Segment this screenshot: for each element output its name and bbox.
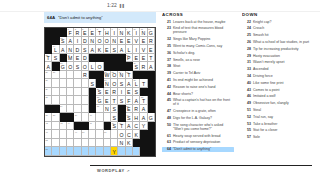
- grid-cell-r10c11: [118, 105, 125, 114]
- clue-text: Driving force: [253, 74, 313, 78]
- grid-cell-r11c5[interactable]: 39: [74, 113, 81, 122]
- grid-cell-r5c6[interactable]: O: [82, 62, 89, 71]
- across-clue-50[interactable]: 50The song character who's asked “Won't …: [162, 122, 234, 131]
- grid-cell-r14c2[interactable]: [52, 139, 59, 148]
- down-clue-29[interactable]: 29Hasty evacuation: [242, 53, 314, 58]
- grid-cell-r11c7[interactable]: 40: [89, 113, 96, 122]
- clue-text: Trial run, say: [253, 115, 313, 119]
- grid-cell-r7c3[interactable]: [60, 79, 67, 88]
- grid-cell-r1c6[interactable]: 3E: [82, 28, 89, 37]
- grid-cell-r2c6[interactable]: D: [82, 37, 89, 46]
- clue-text: What a school of law studies, in part: [253, 40, 313, 44]
- grid-cell-r1c14[interactable]: 11N: [140, 28, 147, 37]
- grid-cell-r9c13[interactable]: A: [133, 96, 140, 105]
- clue-text: The song character who's asked “Won't yo…: [173, 123, 233, 131]
- grid-cell-r7c2[interactable]: [52, 79, 59, 88]
- cell-number: 7: [111, 28, 112, 30]
- crossword-grid[interactable]: 1F2R3E4E5T6H7I8N9K10I11N12G13SAIDNOONEEV…: [44, 27, 156, 157]
- clue-text: What a captain's hat has on the front of…: [173, 98, 233, 106]
- grid-cell-r7c1[interactable]: 26: [45, 79, 52, 88]
- cell-number: 19: [133, 62, 135, 64]
- grid-cell-r6c15: [148, 71, 155, 80]
- grid-cell-r14c9[interactable]: [104, 139, 111, 148]
- grid-cell-r10c14[interactable]: A: [140, 105, 147, 114]
- clue-text: Hearty soup served with bread: [173, 134, 233, 138]
- across-clue-38[interactable]: 38Shot: [162, 64, 234, 69]
- grid-cell-r4c4[interactable]: 16M: [67, 54, 74, 63]
- grid-cell-r7c14[interactable]: T: [140, 79, 147, 88]
- clue-number: 32: [163, 37, 171, 41]
- grid-cell-r10c5[interactable]: [74, 105, 81, 114]
- grid-cell-r4c5[interactable]: E: [74, 54, 81, 63]
- grid-cell-r12c9: [104, 122, 111, 131]
- grid-cell-r11c11: [118, 113, 125, 122]
- grid-cell-r12c8[interactable]: [96, 122, 103, 131]
- grid-cell-r11c13[interactable]: H: [133, 113, 140, 122]
- cell-letter: G: [148, 115, 154, 121]
- grid-cell-r3c8[interactable]: K: [96, 45, 103, 54]
- grid-cell-r9c8[interactable]: 32G: [96, 96, 103, 105]
- grid-cell-r3c10[interactable]: S: [111, 45, 118, 54]
- across-clue-36[interactable]: 36Scholar's deg.: [162, 50, 234, 55]
- grid-cell-r6c1[interactable]: 20: [45, 71, 52, 80]
- cell-letter: T: [140, 81, 146, 87]
- pause-icon[interactable]: ❚❚: [119, 3, 125, 8]
- across-clue-35[interactable]: 35Went to many Comic-Cons, say: [162, 43, 234, 48]
- grid-cell-r10c10[interactable]: S: [111, 105, 118, 114]
- cell-number: 3: [82, 28, 83, 30]
- grid-cell-r6c9[interactable]: 22W: [104, 71, 111, 80]
- grid-cell-r14c11[interactable]: N: [118, 139, 125, 148]
- grid-cell-r8c8[interactable]: 30S: [96, 88, 103, 97]
- grid-cell-r2c14[interactable]: E: [140, 37, 147, 46]
- grid-cell-r10c12[interactable]: 36E: [126, 105, 133, 114]
- grid-cell-r3c11[interactable]: A: [118, 45, 125, 54]
- clue-number: 47: [163, 109, 171, 113]
- grid-cell-r8c6[interactable]: [82, 88, 89, 97]
- grid-cell-r4c12[interactable]: 17P: [126, 54, 133, 63]
- cell-letter: A: [133, 98, 139, 104]
- grid-cell-r5c1[interactable]: A: [45, 62, 52, 71]
- grid-cell-r3c14[interactable]: V: [140, 45, 147, 54]
- across-clue-48[interactable]: 48Digs for the L.A. Galaxy?: [162, 115, 234, 120]
- wordplay-label: WORDPLAY: [97, 168, 125, 173]
- cell-letter: T: [118, 123, 124, 129]
- across-clue-39[interactable]: 39Carrier to Tel Aviv: [162, 71, 234, 76]
- across-clue-21[interactable]: 21Leaves back at the house, maybe: [162, 19, 234, 24]
- cell-number: 31: [45, 96, 47, 98]
- grid-cell-r7c5[interactable]: [74, 79, 81, 88]
- grid-cell-r13c9[interactable]: 51: [104, 130, 111, 139]
- grid-cell-r15c3[interactable]: [60, 147, 67, 156]
- grid-cell-r11c14[interactable]: A: [140, 113, 147, 122]
- grid-cell-r7c10[interactable]: O: [111, 79, 118, 88]
- grid-cell-r4c14[interactable]: E: [140, 54, 147, 63]
- down-clue-51[interactable]: 51Steal: [242, 107, 314, 112]
- cell-letter: T: [96, 30, 102, 36]
- grid-cell-r13c10[interactable]: [111, 130, 118, 139]
- clue-text: Crouch: [253, 26, 313, 30]
- grid-cell-r11c9[interactable]: [104, 113, 111, 122]
- cell-letter: N: [89, 38, 95, 44]
- down-clue-33[interactable]: 33Ascended: [242, 67, 314, 72]
- grid-cell-r4c2[interactable]: S: [52, 54, 59, 63]
- cell-number: 41: [126, 114, 128, 116]
- grid-cell-r9c1[interactable]: 31: [45, 96, 52, 105]
- cell-number: 47: [119, 122, 121, 124]
- grid-cell-r3c15[interactable]: E: [148, 45, 155, 54]
- grid-cell-r5c13[interactable]: 19S: [133, 62, 140, 71]
- grid-cell-r12c7[interactable]: 45: [89, 122, 96, 131]
- grid-cell-r10c6[interactable]: [82, 105, 89, 114]
- cell-letter: I: [133, 47, 139, 53]
- grid-cell-r2c7[interactable]: N: [89, 37, 96, 46]
- clue-text: Bear shorts?: [173, 92, 233, 96]
- grid-cell-r1c8[interactable]: 5T: [96, 28, 103, 37]
- grid-cell-r9c14[interactable]: 33T: [140, 96, 147, 105]
- grid-cell-r11c1[interactable]: 37: [45, 113, 52, 122]
- cell-number: 1: [67, 28, 68, 30]
- clue-text: Smells, as a rose: [173, 58, 233, 62]
- grid-cell-r9c11[interactable]: S: [118, 96, 125, 105]
- grid-cell-r12c1[interactable]: 42: [45, 122, 52, 131]
- cell-number: 15: [45, 54, 47, 56]
- grid-cell-r5c7[interactable]: L: [89, 62, 96, 71]
- across-clue-32[interactable]: 32Sings like Mary Poppins: [162, 37, 234, 42]
- grid-cell-r14c10[interactable]: [111, 139, 118, 148]
- down-clue-24[interactable]: 24Crouch: [242, 26, 314, 31]
- grid-cell-r15c4[interactable]: [67, 147, 74, 156]
- across-clue-47[interactable]: 47Crosspiece in a grate, often: [162, 109, 234, 114]
- down-clue-57[interactable]: 57Sole: [242, 135, 314, 140]
- grid-cell-r1c12[interactable]: 9K: [126, 28, 133, 37]
- grid-cell-r14c4[interactable]: [67, 139, 74, 148]
- grid-cell-r8c13[interactable]: S: [133, 88, 140, 97]
- grid-cell-r13c7[interactable]: [89, 130, 96, 139]
- grid-cell-r8c12[interactable]: E: [126, 88, 133, 97]
- grid-cell-r1c13[interactable]: 10I: [133, 28, 140, 37]
- clue-number: 22: [243, 20, 251, 24]
- grid-cell-r6c3[interactable]: [60, 71, 67, 80]
- grid-cell-r8c10[interactable]: R: [111, 88, 118, 97]
- grid-cell-r12c3[interactable]: 43: [60, 122, 67, 131]
- grid-cell-r2c4[interactable]: A: [67, 37, 74, 46]
- cell-letter: F: [126, 98, 132, 104]
- cell-letter: R: [82, 72, 88, 78]
- cell-number: 51: [104, 131, 106, 133]
- grid-cell-r6c5[interactable]: [74, 71, 81, 80]
- grid-cell-r6c10[interactable]: 23O: [111, 71, 118, 80]
- grid-cell-r1c1: [45, 28, 52, 37]
- down-clue-28[interactable]: 28Tip for increasing productivity: [242, 46, 314, 51]
- puzzle-timer[interactable]: 1:22 ❚❚: [107, 2, 124, 8]
- clue-number: 64: [163, 147, 171, 151]
- grid-cell-r14c8[interactable]: [96, 139, 103, 148]
- grid-cell-r12c10[interactable]: 46S: [111, 122, 118, 131]
- cell-letter: S: [74, 64, 80, 70]
- down-clue-52[interactable]: 52Trial run, say: [242, 114, 314, 119]
- grid-cell-r13c11[interactable]: O: [118, 130, 125, 139]
- grid-cell-r15c12[interactable]: [126, 147, 133, 156]
- grid-cell-r3c2[interactable]: 14L: [52, 45, 59, 54]
- cell-letter: E: [104, 47, 110, 53]
- across-clue-61[interactable]: 61Hearty soup served with bread: [162, 133, 234, 138]
- down-clue-46[interactable]: 46Imitated a wolf: [242, 94, 314, 99]
- across-clue-42[interactable]: 42Reason to raise one's hand: [162, 84, 234, 89]
- down-clue-55[interactable]: 55Stat for a closer: [242, 128, 314, 133]
- grid-cell-r5c4[interactable]: O: [67, 62, 74, 71]
- grid-cell-r8c9[interactable]: E: [104, 88, 111, 97]
- grid-cell-r7c9[interactable]: 27N: [104, 79, 111, 88]
- grid-cell-r11c4: [67, 113, 74, 122]
- grid-cell-r15c11[interactable]: [118, 147, 125, 156]
- across-clue-63[interactable]: 63Product of sensory deprivation: [162, 140, 234, 145]
- down-clue-34[interactable]: 34Driving force: [242, 73, 314, 78]
- grid-cell-r10c3[interactable]: 34: [60, 105, 67, 114]
- grid-cell-r15c8[interactable]: [96, 147, 103, 156]
- grid-cell-r9c12[interactable]: F: [126, 96, 133, 105]
- grid-cell-r15c10[interactable]: Y: [111, 147, 118, 156]
- grid-cell-r11c2[interactable]: 38: [52, 113, 59, 122]
- grid-cell-r12c6: [82, 122, 89, 131]
- down-clue-53[interactable]: 53Take a breather: [242, 121, 314, 126]
- grid-cell-r13c13[interactable]: K: [133, 130, 140, 139]
- grid-cell-r1c5[interactable]: 2R: [74, 28, 81, 37]
- grid-cell-r8c4[interactable]: [67, 88, 74, 97]
- down-clue-26[interactable]: 26What a school of law studies, in part: [242, 39, 314, 44]
- grid-cell-r12c11[interactable]: 47T: [118, 122, 125, 131]
- grid-cell-r8c5[interactable]: [74, 88, 81, 97]
- across-clue-44[interactable]: 44Bear shorts?: [162, 91, 234, 96]
- grid-cell-r15c13[interactable]: [133, 147, 140, 156]
- grid-cell-r6c11[interactable]: 24N: [118, 71, 125, 80]
- grid-cell-r13c5[interactable]: 49: [74, 130, 81, 139]
- grid-cell-r14c6[interactable]: [82, 139, 89, 148]
- clue-text: Tip for increasing productivity: [253, 47, 313, 51]
- grid-cell-r9c2[interactable]: [52, 96, 59, 105]
- cell-letter: E: [104, 98, 110, 104]
- grid-cell-r8c3[interactable]: [60, 88, 67, 97]
- cell-letter: T: [148, 55, 154, 61]
- grid-cell-r1c4[interactable]: 1F: [67, 28, 74, 37]
- grid-cell-r9c9[interactable]: E: [104, 96, 111, 105]
- cell-letter: H: [104, 30, 110, 36]
- grid-cell-r3c12[interactable]: L: [126, 45, 133, 54]
- grid-cell-r2c13[interactable]: V: [133, 37, 140, 46]
- cell-number: 42: [45, 122, 47, 124]
- cell-letter: O: [111, 81, 117, 87]
- grid-cell-r1c9[interactable]: 6H: [104, 28, 111, 37]
- grid-cell-r9c10[interactable]: T: [111, 96, 118, 105]
- cell-number: 46: [111, 122, 113, 124]
- grid-cell-r6c14: [140, 71, 147, 80]
- grid-cell-r4c8: [96, 54, 103, 63]
- grid-cell-r11c6[interactable]: [82, 113, 89, 122]
- grid-cell-r13c2[interactable]: [52, 130, 59, 139]
- grid-cell-r9c4[interactable]: [67, 96, 74, 105]
- grid-cell-r12c4[interactable]: 44: [67, 122, 74, 131]
- grid-cell-r3c9[interactable]: E: [104, 45, 111, 54]
- grid-cell-r12c13[interactable]: C: [133, 122, 140, 131]
- grid-cell-r7c12[interactable]: A: [126, 79, 133, 88]
- external-link-icon: ↗: [126, 169, 130, 173]
- grid-cell-r14c13: [133, 139, 140, 148]
- grid-cell-r15c7[interactable]: [89, 147, 96, 156]
- footer-divider: [90, 165, 312, 166]
- grid-cell-r15c9[interactable]: [104, 147, 111, 156]
- grid-cell-r6c2[interactable]: 21: [52, 71, 59, 80]
- cell-letter: R: [111, 89, 117, 95]
- grid-cell-r7c4[interactable]: [67, 79, 74, 88]
- grid-cell-r14c1[interactable]: 52: [45, 139, 52, 148]
- grid-cell-r2c10[interactable]: N: [111, 37, 118, 46]
- grid-cell-r6c13: [133, 71, 140, 80]
- down-clue-31[interactable]: 31Wasn't merely upset: [242, 60, 314, 65]
- across-clue-64[interactable]: 64“Don’t admit to anything”: [162, 147, 234, 152]
- grid-cell-r9c3[interactable]: [60, 96, 67, 105]
- grid-cell-r4c1[interactable]: 15T: [45, 54, 52, 63]
- grid-cell-r11c12[interactable]: 41S: [126, 113, 133, 122]
- grid-cell-r10c9[interactable]: N: [104, 105, 111, 114]
- current-clue-bar[interactable]: 64A “Don’t admit to anything”: [44, 12, 156, 23]
- grid-cell-r10c4[interactable]: [67, 105, 74, 114]
- grid-cell-r2c15[interactable]: R: [148, 37, 155, 46]
- grid-cell-r2c9[interactable]: O: [104, 37, 111, 46]
- cell-letter: S: [52, 55, 58, 61]
- cell-letter: K: [126, 140, 132, 146]
- cell-number: 4: [89, 28, 90, 30]
- grid-cell-r4c13[interactable]: E: [133, 54, 140, 63]
- grid-cell-r11c15[interactable]: G: [148, 113, 155, 122]
- clue-number: 51: [243, 108, 251, 112]
- grid-cell-r14c7[interactable]: [89, 139, 96, 148]
- grid-cell-r5c14[interactable]: R: [140, 62, 147, 71]
- grid-cell-r6c6[interactable]: R: [82, 71, 89, 80]
- grid-cell-r4c15[interactable]: T: [148, 54, 155, 63]
- grid-cell-r3c6[interactable]: S: [82, 45, 89, 54]
- grid-cell-r15c1[interactable]: 53: [45, 147, 52, 156]
- grid-cell-r11c10[interactable]: S: [111, 113, 118, 122]
- grid-cell-r13c3[interactable]: [60, 130, 67, 139]
- grid-cell-r2c5[interactable]: I: [74, 37, 81, 46]
- cell-letter: F: [67, 30, 73, 36]
- down-clue-22[interactable]: 22Knight cap?: [242, 19, 314, 24]
- grid-cell-r15c2[interactable]: [52, 147, 59, 156]
- grid-cell-r2c12[interactable]: E: [126, 37, 133, 46]
- grid-cell-r6c4[interactable]: [67, 71, 74, 80]
- grid-cell-r5c15[interactable]: A: [148, 62, 155, 71]
- grid-cell-r8c2[interactable]: [52, 88, 59, 97]
- grid-cell-r1c7[interactable]: 4E: [89, 28, 96, 37]
- across-clue-45[interactable]: 45What a captain's hat has on the front …: [162, 98, 234, 107]
- grid-cell-r2c8[interactable]: O: [96, 37, 103, 46]
- cell-number: 16: [67, 54, 69, 56]
- grid-cell-r12c12[interactable]: A: [126, 122, 133, 131]
- grid-cell-r13c12[interactable]: C: [126, 130, 133, 139]
- cell-letter: I: [111, 30, 117, 36]
- grid-cell-r12c14[interactable]: Y: [140, 122, 147, 131]
- cell-number: 43: [60, 122, 62, 124]
- clue-number: 35: [163, 44, 171, 48]
- cell-letter: I: [118, 89, 124, 95]
- across-clue-41[interactable]: 41Its end might be achieved: [162, 77, 234, 82]
- grid-cell-r14c5[interactable]: [74, 139, 81, 148]
- grid-cell-r5c5[interactable]: S: [74, 62, 81, 71]
- grid-cell-r13c6[interactable]: 50: [82, 130, 89, 139]
- clue-text: Sole: [253, 135, 313, 139]
- grid-cell-r10c8[interactable]: 35: [96, 105, 103, 114]
- grid-cell-r10c13[interactable]: R: [133, 105, 140, 114]
- cell-letter: E: [140, 38, 146, 44]
- wordplay-link[interactable]: WORDPLAY ↗: [97, 168, 130, 173]
- grid-cell-r1c11[interactable]: 8N: [118, 28, 125, 37]
- grid-cell-r3c3[interactable]: A: [60, 45, 67, 54]
- down-clue-40[interactable]: 40Like some fine print: [242, 80, 314, 85]
- clue-number: 36: [163, 51, 171, 55]
- grid-cell-r4c9: [104, 54, 111, 63]
- grid-cell-r2c11[interactable]: E: [118, 37, 125, 46]
- grid-cell-r11c8[interactable]: [96, 113, 103, 122]
- grid-cell-r7c11[interactable]: S: [118, 79, 125, 88]
- cell-letter: S: [118, 98, 124, 104]
- grid-cell-r9c6[interactable]: [82, 96, 89, 105]
- grid-cell-r7c7[interactable]: S: [89, 79, 96, 88]
- grid-cell-r1c10[interactable]: 7I: [111, 28, 118, 37]
- grid-cell-r13c4[interactable]: [67, 130, 74, 139]
- grid-cell-r13c1[interactable]: 48: [45, 130, 52, 139]
- cell-letter: K: [96, 47, 102, 53]
- grid-cell-r8c1[interactable]: 29: [45, 88, 52, 97]
- grid-cell-r7c13[interactable]: 28L: [133, 79, 140, 88]
- grid-cell-r3c4[interactable]: N: [67, 45, 74, 54]
- grid-cell-r5c8[interactable]: O: [96, 62, 103, 71]
- grid-cell-r14c12[interactable]: K: [126, 139, 133, 148]
- clue-text: Wasn't merely upset: [253, 60, 313, 64]
- grid-cell-r15c6[interactable]: [82, 147, 89, 156]
- grid-cell-r6c12[interactable]: 25T: [126, 71, 133, 80]
- cell-letter: L: [133, 81, 139, 87]
- grid-cell-r8c11[interactable]: I: [118, 88, 125, 97]
- down-clue-25[interactable]: 25Smash hit: [242, 33, 314, 38]
- clue-number: 23: [163, 26, 171, 34]
- grid-cell-r9c5[interactable]: [74, 96, 81, 105]
- cell-letter: E: [89, 30, 95, 36]
- grid-cell-r14c3[interactable]: [60, 139, 67, 148]
- grid-cell-r13c8[interactable]: [96, 130, 103, 139]
- across-clue-37[interactable]: 37Smells, as a rose: [162, 57, 234, 62]
- across-header: ACROSS: [162, 12, 234, 17]
- grid-cell-r7c6[interactable]: [82, 79, 89, 88]
- down-clue-43[interactable]: 43Comes to a point: [242, 87, 314, 92]
- grid-cell-r2c3[interactable]: 13S: [60, 37, 67, 46]
- grid-cell-r4c6[interactable]: D: [82, 54, 89, 63]
- grid-cell-r6c7: [89, 71, 96, 80]
- grid-cell-r3c13[interactable]: I: [133, 45, 140, 54]
- down-clue-49[interactable]: 49Obsessive fan, slangily: [242, 101, 314, 106]
- clue-text: Carrier to Tel Aviv: [173, 71, 233, 75]
- grid-cell-r3c5[interactable]: D: [74, 45, 81, 54]
- across-clue-23[interactable]: 23Kind of test that measures blood press…: [162, 26, 234, 35]
- grid-cell-r1c15[interactable]: 12G: [148, 28, 155, 37]
- cell-number: 30: [97, 88, 99, 90]
- grid-cell-r3c7[interactable]: A: [89, 45, 96, 54]
- cell-letter: T: [111, 98, 117, 104]
- grid-cell-r5c3[interactable]: 18G: [60, 62, 67, 71]
- grid-cell-r15c5[interactable]: [74, 147, 81, 156]
- grid-cell-r12c2[interactable]: [52, 122, 59, 131]
- grid-cell-r15c15: [148, 147, 155, 156]
- grid-cell-r8c15: [148, 88, 155, 97]
